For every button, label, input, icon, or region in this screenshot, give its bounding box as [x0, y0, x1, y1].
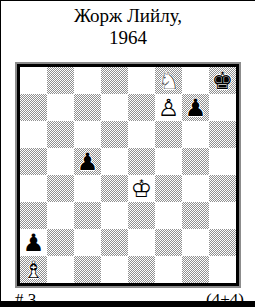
square-c2 [74, 229, 101, 256]
square-h4 [209, 175, 236, 202]
white-pawn-fill: ♟ [155, 94, 182, 121]
square-g6 [182, 121, 209, 148]
square-a3 [20, 202, 47, 229]
square-f1 [155, 256, 182, 283]
black-pawn: ♟ [20, 229, 47, 256]
square-b7 [47, 94, 74, 121]
square-f4 [155, 175, 182, 202]
composition-year: 1964 [1, 27, 255, 49]
square-c7 [74, 94, 101, 121]
square-e5 [128, 148, 155, 175]
square-g3 [182, 202, 209, 229]
chess-problem-diagram: Жорж Лийлу, 1964 ♞♘♚♟♙♟♟♚♔♟♝♗ # 3 (4+4) [0, 0, 255, 307]
white-knight-fill: ♞ [155, 67, 182, 94]
white-king: ♔ [128, 175, 155, 202]
square-f3 [155, 202, 182, 229]
square-a4 [20, 175, 47, 202]
white-king-fill: ♚ [128, 175, 155, 202]
square-d1 [101, 256, 128, 283]
square-h1 [209, 256, 236, 283]
square-e7 [128, 94, 155, 121]
white-pawn: ♙ [155, 94, 182, 121]
square-f5 [155, 148, 182, 175]
square-a1: ♝♗ [20, 256, 47, 283]
square-f8: ♞♘ [155, 67, 182, 94]
board-border: ♞♘♚♟♙♟♟♚♔♟♝♗ [17, 64, 239, 286]
square-h2 [209, 229, 236, 256]
square-b6 [47, 121, 74, 148]
square-c3 [74, 202, 101, 229]
square-h3 [209, 202, 236, 229]
square-d2 [101, 229, 128, 256]
board-frame: ♞♘♚♟♙♟♟♚♔♟♝♗ [15, 62, 241, 288]
square-f2 [155, 229, 182, 256]
square-b8 [47, 67, 74, 94]
square-a6 [20, 121, 47, 148]
square-f6 [155, 121, 182, 148]
square-g5 [182, 148, 209, 175]
black-pawn: ♟ [182, 94, 209, 121]
square-c6 [74, 121, 101, 148]
square-e1 [128, 256, 155, 283]
square-b3 [47, 202, 74, 229]
square-g8 [182, 67, 209, 94]
square-d6 [101, 121, 128, 148]
square-e6 [128, 121, 155, 148]
square-e8 [128, 67, 155, 94]
black-pawn: ♟ [74, 148, 101, 175]
chess-board: ♞♘♚♟♙♟♟♚♔♟♝♗ [20, 67, 236, 283]
square-d7 [101, 94, 128, 121]
page-title: Жорж Лийлу, 1964 [1, 1, 255, 49]
square-g1 [182, 256, 209, 283]
square-h8: ♚ [209, 67, 236, 94]
white-bishop: ♗ [20, 256, 47, 283]
square-b2 [47, 229, 74, 256]
square-c4 [74, 175, 101, 202]
composer-name: Жорж Лийлу, [1, 5, 255, 27]
square-a2: ♟ [20, 229, 47, 256]
square-h7 [209, 94, 236, 121]
square-b4 [47, 175, 74, 202]
square-g4 [182, 175, 209, 202]
square-g7: ♟ [182, 94, 209, 121]
square-b1 [47, 256, 74, 283]
white-knight: ♘ [155, 67, 182, 94]
square-a5 [20, 148, 47, 175]
square-a7 [20, 94, 47, 121]
square-c5: ♟ [74, 148, 101, 175]
square-e2 [128, 229, 155, 256]
bottom-border [1, 301, 255, 307]
square-e3 [128, 202, 155, 229]
square-h5 [209, 148, 236, 175]
square-d8 [101, 67, 128, 94]
square-c1 [74, 256, 101, 283]
square-e4: ♚♔ [128, 175, 155, 202]
black-king: ♚ [209, 67, 236, 94]
square-f7: ♟♙ [155, 94, 182, 121]
square-h6 [209, 121, 236, 148]
square-d3 [101, 202, 128, 229]
square-d4 [101, 175, 128, 202]
square-g2 [182, 229, 209, 256]
square-d5 [101, 148, 128, 175]
square-a8 [20, 67, 47, 94]
square-c8 [74, 67, 101, 94]
square-b5 [47, 148, 74, 175]
white-bishop-fill: ♝ [20, 256, 47, 283]
